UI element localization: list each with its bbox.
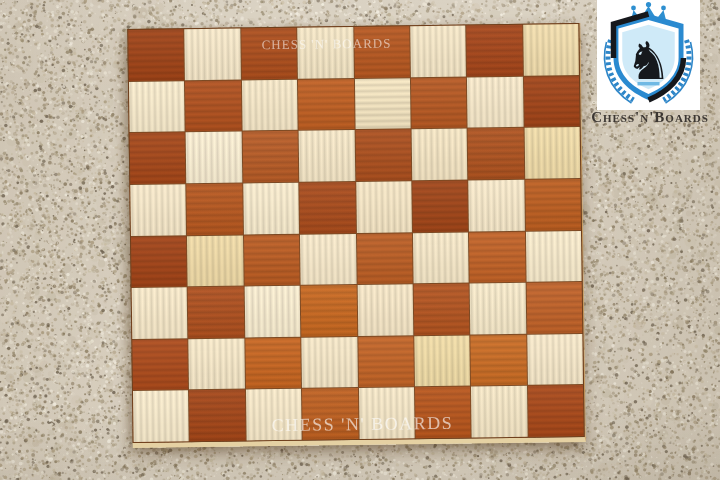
square-b7 bbox=[185, 80, 241, 131]
square-d7 bbox=[298, 79, 354, 130]
square-g4 bbox=[469, 231, 525, 282]
square-a4 bbox=[131, 236, 187, 287]
square-d1 bbox=[302, 388, 358, 439]
square-h7 bbox=[524, 76, 580, 127]
square-f2 bbox=[414, 335, 470, 386]
chess-board: CHESS 'N' BOARDS CHESS 'N' BOARDS bbox=[127, 23, 585, 448]
square-b5 bbox=[187, 183, 243, 234]
logo-emblem: ✦ ✦ ♞ bbox=[597, 0, 700, 110]
square-g7 bbox=[467, 76, 523, 127]
square-b8 bbox=[185, 29, 241, 80]
knight-band bbox=[638, 82, 660, 85]
square-b6 bbox=[186, 132, 242, 183]
square-e4 bbox=[356, 233, 412, 284]
square-e1 bbox=[359, 388, 415, 439]
square-h1 bbox=[528, 385, 584, 436]
photo-scene: CHESS 'N' BOARDS CHESS 'N' BOARDS ✦ ✦ bbox=[0, 0, 720, 480]
square-g3 bbox=[470, 283, 526, 334]
square-e8 bbox=[354, 26, 410, 77]
knight-icon: ♞ bbox=[625, 33, 672, 90]
square-b4 bbox=[187, 235, 243, 286]
square-e7 bbox=[354, 78, 410, 129]
square-d4 bbox=[300, 234, 356, 285]
square-b3 bbox=[188, 287, 244, 338]
square-g6 bbox=[468, 128, 524, 179]
square-d6 bbox=[299, 130, 355, 181]
square-e3 bbox=[357, 284, 413, 335]
brand-name: Chess'n'Boards bbox=[583, 109, 717, 126]
square-a2 bbox=[132, 339, 188, 390]
square-d8 bbox=[297, 27, 353, 78]
square-b1 bbox=[189, 390, 245, 441]
square-d2 bbox=[301, 337, 357, 388]
square-g2 bbox=[471, 335, 527, 386]
square-f3 bbox=[414, 284, 470, 335]
square-c8 bbox=[241, 28, 297, 79]
square-a5 bbox=[130, 184, 186, 235]
square-c7 bbox=[242, 79, 298, 130]
square-f7 bbox=[411, 77, 467, 128]
square-f4 bbox=[413, 232, 469, 283]
square-g8 bbox=[467, 25, 523, 76]
square-h2 bbox=[527, 334, 583, 385]
shield-icon: ♞ bbox=[614, 14, 684, 100]
square-a1 bbox=[133, 391, 189, 442]
square-h8 bbox=[523, 24, 579, 75]
square-g5 bbox=[469, 180, 525, 231]
square-h4 bbox=[526, 231, 582, 282]
square-c5 bbox=[243, 183, 299, 234]
square-c2 bbox=[245, 337, 301, 388]
square-f1 bbox=[415, 387, 471, 438]
square-f5 bbox=[412, 180, 468, 231]
square-a7 bbox=[129, 81, 185, 132]
square-h6 bbox=[524, 127, 580, 178]
square-d3 bbox=[301, 285, 357, 336]
square-c4 bbox=[244, 234, 300, 285]
square-d5 bbox=[299, 182, 355, 233]
square-c3 bbox=[244, 286, 300, 337]
square-f6 bbox=[411, 129, 467, 180]
square-c6 bbox=[242, 131, 298, 182]
square-g1 bbox=[471, 386, 527, 437]
square-c1 bbox=[246, 389, 302, 440]
square-a8 bbox=[128, 29, 184, 80]
square-b2 bbox=[189, 338, 245, 389]
logo-crest-graphic: ✦ ✦ ♞ bbox=[597, 0, 700, 110]
square-e2 bbox=[358, 336, 414, 387]
square-e6 bbox=[355, 130, 411, 181]
square-f8 bbox=[410, 26, 466, 77]
square-h3 bbox=[526, 282, 582, 333]
board-squares bbox=[127, 23, 584, 443]
square-h5 bbox=[525, 179, 581, 230]
square-a6 bbox=[130, 132, 186, 183]
square-a3 bbox=[132, 287, 188, 338]
square-e5 bbox=[356, 181, 412, 232]
